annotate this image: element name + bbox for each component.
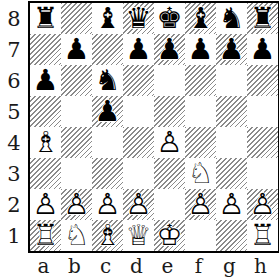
square-f2[interactable]: ♟♙ (185, 189, 216, 220)
square-e5[interactable] (154, 96, 185, 127)
square-c2[interactable]: ♟♙ (92, 189, 123, 220)
square-f5[interactable] (185, 96, 216, 127)
square-d5[interactable] (123, 96, 154, 127)
white-rook-icon: ♖ (30, 220, 61, 251)
black-pawn-icon: ♟ (61, 34, 92, 65)
white-bishop-icon: ♗ (30, 127, 61, 158)
square-g5[interactable] (216, 96, 247, 127)
black-pawn-icon: ♟ (154, 34, 185, 65)
rank-label-6: 6 (0, 65, 28, 96)
square-g7[interactable]: ♟ (216, 34, 247, 65)
file-label-h: h (245, 252, 276, 279)
black-king-icon: ♚ (154, 3, 185, 34)
square-h8[interactable]: ♜ (247, 3, 278, 34)
white-pawn-icon: ♙ (247, 189, 278, 220)
square-a6[interactable]: ♟ (30, 65, 61, 96)
piece-black-rook[interactable]: ♜ (247, 3, 278, 34)
black-pawn-icon: ♟ (247, 34, 278, 65)
piece-black-pawn[interactable]: ♟ (30, 65, 61, 96)
square-a1[interactable]: ♜♖ (30, 220, 61, 251)
piece-white-pawn[interactable]: ♟♙ (247, 189, 278, 220)
square-f6[interactable] (185, 65, 216, 96)
square-d8[interactable]: ♛ (123, 3, 154, 34)
black-knight-icon: ♞ (92, 65, 123, 96)
piece-white-bishop[interactable]: ♝♗ (92, 220, 123, 251)
file-label-b: b (59, 252, 90, 279)
square-b4[interactable] (61, 127, 92, 158)
square-a2[interactable]: ♟♙ (30, 189, 61, 220)
square-d7[interactable]: ♟ (123, 34, 154, 65)
square-h3[interactable] (247, 158, 278, 189)
rank-label-3: 3 (0, 158, 28, 189)
piece-black-king[interactable]: ♚ (154, 3, 185, 34)
file-labels: abcdefgh (28, 252, 276, 279)
square-h1[interactable]: ♜♖ (247, 220, 278, 251)
square-c3[interactable] (92, 158, 123, 189)
square-h4[interactable] (247, 127, 278, 158)
white-pawn-icon: ♙ (30, 189, 61, 220)
white-pawn-icon: ♙ (123, 189, 154, 220)
piece-black-pawn[interactable]: ♟ (185, 34, 216, 65)
square-a4[interactable]: ♝♗ (30, 127, 61, 158)
chess-diagram: 87654321 ♜♝♛♚♝♞♜♟♟♟♟♟♟♟♞♟♝♗♟♙♞♘♟♙♟♙♟♙♟♙♟… (0, 0, 279, 280)
piece-black-bishop[interactable]: ♝ (185, 3, 216, 34)
white-king-icon: ♔ (154, 220, 185, 251)
white-knight-icon: ♘ (61, 220, 92, 251)
square-d4[interactable] (123, 127, 154, 158)
square-b8[interactable] (61, 3, 92, 34)
piece-black-bishop[interactable]: ♝ (92, 3, 123, 34)
square-g8[interactable]: ♞ (216, 3, 247, 34)
square-b3[interactable] (61, 158, 92, 189)
white-knight-icon: ♘ (185, 158, 216, 189)
square-e1[interactable]: ♚♔ (154, 220, 185, 251)
piece-white-knight[interactable]: ♞♘ (61, 220, 92, 251)
square-e2[interactable] (154, 189, 185, 220)
square-c7[interactable] (92, 34, 123, 65)
square-a7[interactable] (30, 34, 61, 65)
piece-white-pawn[interactable]: ♟♙ (123, 189, 154, 220)
square-c1[interactable]: ♝♗ (92, 220, 123, 251)
square-b7[interactable]: ♟ (61, 34, 92, 65)
square-e4[interactable]: ♟♙ (154, 127, 185, 158)
black-bishop-icon: ♝ (185, 3, 216, 34)
piece-black-pawn[interactable]: ♟ (123, 34, 154, 65)
white-pawn-icon: ♙ (61, 189, 92, 220)
black-pawn-icon: ♟ (30, 65, 61, 96)
square-h5[interactable] (247, 96, 278, 127)
square-c5[interactable]: ♟ (92, 96, 123, 127)
square-g2[interactable]: ♟♙ (216, 189, 247, 220)
piece-black-queen[interactable]: ♛ (123, 3, 154, 34)
file-label-c: c (90, 252, 121, 279)
piece-black-pawn[interactable]: ♟ (216, 34, 247, 65)
square-c4[interactable] (92, 127, 123, 158)
rank-label-1: 1 (0, 220, 28, 251)
square-f7[interactable]: ♟ (185, 34, 216, 65)
black-rook-icon: ♜ (30, 3, 61, 34)
piece-black-pawn[interactable]: ♟ (154, 34, 185, 65)
file-label-e: e (152, 252, 183, 279)
square-f1[interactable] (185, 220, 216, 251)
piece-white-knight[interactable]: ♞♘ (185, 158, 216, 189)
piece-white-pawn[interactable]: ♟♙ (92, 189, 123, 220)
black-queen-icon: ♛ (123, 3, 154, 34)
piece-black-pawn[interactable]: ♟ (92, 96, 123, 127)
piece-black-knight[interactable]: ♞ (216, 3, 247, 34)
square-f8[interactable]: ♝ (185, 3, 216, 34)
white-bishop-icon: ♗ (92, 220, 123, 251)
square-a5[interactable] (30, 96, 61, 127)
square-e8[interactable]: ♚ (154, 3, 185, 34)
piece-black-knight[interactable]: ♞ (92, 65, 123, 96)
square-f4[interactable] (185, 127, 216, 158)
white-rook-icon: ♖ (247, 220, 278, 251)
piece-black-pawn[interactable]: ♟ (61, 34, 92, 65)
square-a8[interactable]: ♜ (30, 3, 61, 34)
file-label-a: a (28, 252, 59, 279)
piece-white-king[interactable]: ♚♔ (154, 220, 185, 251)
black-pawn-icon: ♟ (216, 34, 247, 65)
square-b5[interactable] (61, 96, 92, 127)
black-pawn-icon: ♟ (185, 34, 216, 65)
rank-labels: 87654321 (0, 3, 28, 251)
square-h7[interactable]: ♟ (247, 34, 278, 65)
square-h6[interactable] (247, 65, 278, 96)
black-knight-icon: ♞ (216, 3, 247, 34)
file-label-g: g (214, 252, 245, 279)
rank-label-8: 8 (0, 3, 28, 34)
square-d6[interactable] (123, 65, 154, 96)
square-g3[interactable] (216, 158, 247, 189)
piece-white-pawn[interactable]: ♟♙ (154, 127, 185, 158)
square-d2[interactable]: ♟♙ (123, 189, 154, 220)
piece-white-pawn[interactable]: ♟♙ (185, 189, 216, 220)
square-a3[interactable] (30, 158, 61, 189)
square-g6[interactable] (216, 65, 247, 96)
black-pawn-icon: ♟ (92, 96, 123, 127)
white-pawn-icon: ♙ (154, 127, 185, 158)
white-pawn-icon: ♙ (92, 189, 123, 220)
file-label-d: d (121, 252, 152, 279)
piece-white-pawn[interactable]: ♟♙ (216, 189, 247, 220)
file-label-f: f (183, 252, 214, 279)
piece-white-queen[interactable]: ♛♕ (123, 220, 154, 251)
square-g1[interactable] (216, 220, 247, 251)
rank-label-2: 2 (0, 189, 28, 220)
square-b6[interactable] (61, 65, 92, 96)
square-b1[interactable]: ♞♘ (61, 220, 92, 251)
rank-label-7: 7 (0, 34, 28, 65)
piece-white-pawn[interactable]: ♟♙ (30, 189, 61, 220)
black-bishop-icon: ♝ (92, 3, 123, 34)
white-queen-icon: ♕ (123, 220, 154, 251)
square-b2[interactable]: ♟♙ (61, 189, 92, 220)
rank-label-5: 5 (0, 96, 28, 127)
black-rook-icon: ♜ (247, 3, 278, 34)
square-c6[interactable]: ♞ (92, 65, 123, 96)
piece-black-rook[interactable]: ♜ (30, 3, 61, 34)
square-g4[interactable] (216, 127, 247, 158)
piece-white-rook[interactable]: ♜♖ (247, 220, 278, 251)
square-e6[interactable] (154, 65, 185, 96)
chess-board: ♜♝♛♚♝♞♜♟♟♟♟♟♟♟♞♟♝♗♟♙♞♘♟♙♟♙♟♙♟♙♟♙♟♙♟♙♜♖♞♘… (28, 1, 279, 253)
square-c8[interactable]: ♝ (92, 3, 123, 34)
square-e3[interactable] (154, 158, 185, 189)
square-f3[interactable]: ♞♘ (185, 158, 216, 189)
piece-white-pawn[interactable]: ♟♙ (61, 189, 92, 220)
black-pawn-icon: ♟ (123, 34, 154, 65)
piece-white-rook[interactable]: ♜♖ (30, 220, 61, 251)
square-d1[interactable]: ♛♕ (123, 220, 154, 251)
square-e7[interactable]: ♟ (154, 34, 185, 65)
square-h2[interactable]: ♟♙ (247, 189, 278, 220)
piece-white-bishop[interactable]: ♝♗ (30, 127, 61, 158)
square-d3[interactable] (123, 158, 154, 189)
white-pawn-icon: ♙ (216, 189, 247, 220)
rank-label-4: 4 (0, 127, 28, 158)
white-pawn-icon: ♙ (185, 189, 216, 220)
piece-black-pawn[interactable]: ♟ (247, 34, 278, 65)
